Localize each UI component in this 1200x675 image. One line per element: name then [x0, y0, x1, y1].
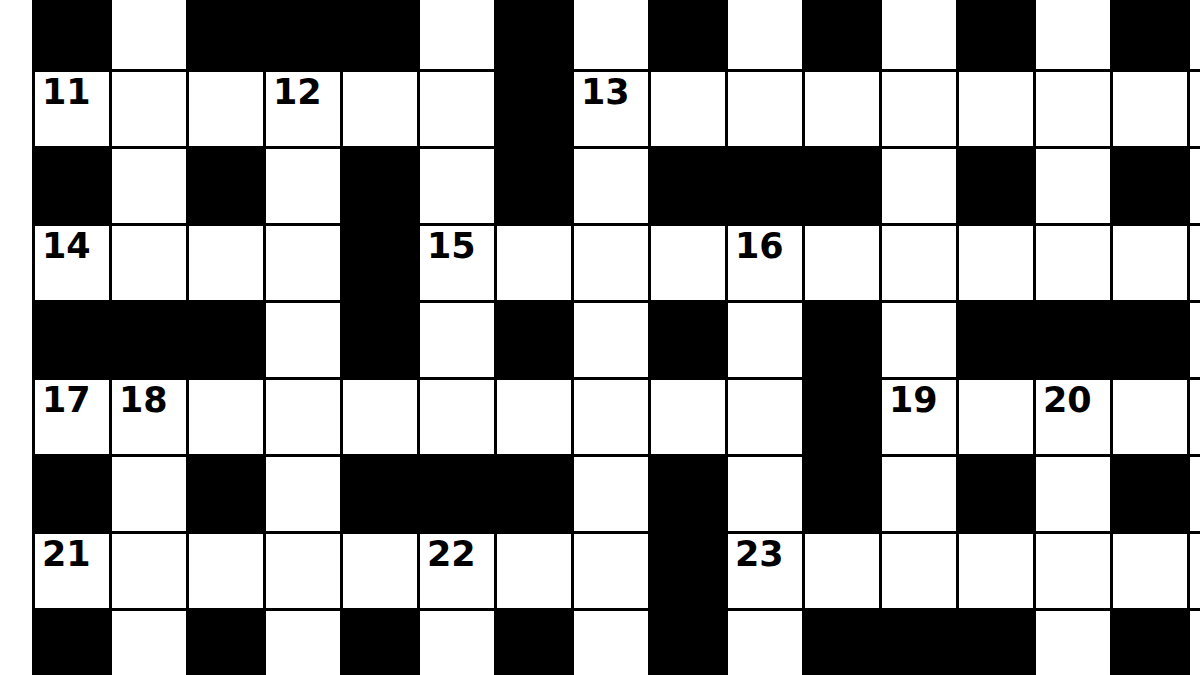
cell-r1c5 — [343, 0, 417, 69]
cell-r3c11 — [805, 149, 879, 223]
cell-r3c6[interactable] — [420, 149, 494, 223]
cell-r1c10[interactable] — [728, 0, 802, 69]
cell-r6c2[interactable]: 18 — [112, 380, 186, 454]
clue-number-18: 18 — [119, 383, 168, 418]
cell-r7c7 — [497, 457, 571, 531]
cell-r9c6[interactable] — [420, 611, 494, 675]
cell-r4c13[interactable] — [959, 226, 1033, 300]
cell-r1c7 — [497, 0, 571, 69]
cell-r7c8[interactable] — [574, 457, 648, 531]
cell-r7c1 — [35, 457, 109, 531]
cell-r8c12[interactable] — [882, 534, 956, 608]
clue-number-15: 15 — [427, 229, 476, 264]
clue-number-17: 17 — [42, 383, 91, 418]
cell-r5c9 — [651, 303, 725, 377]
cell-r3c3 — [189, 149, 263, 223]
cell-r3c1 — [35, 149, 109, 223]
cell-r3c14[interactable] — [1036, 149, 1110, 223]
cell-r9c8[interactable] — [574, 611, 648, 675]
cell-r7c12[interactable] — [882, 457, 956, 531]
cell-r3c16[interactable] — [1190, 149, 1200, 223]
cell-r7c9 — [651, 457, 725, 531]
cell-r7c4[interactable] — [266, 457, 340, 531]
crossword-grid: 11121314151617181920212223 — [32, 0, 1200, 675]
cell-r4c8[interactable] — [574, 226, 648, 300]
cell-r8c14[interactable] — [1036, 534, 1110, 608]
cell-r6c14[interactable]: 20 — [1036, 380, 1110, 454]
cell-r7c5 — [343, 457, 417, 531]
cell-r8c15[interactable] — [1113, 534, 1187, 608]
cell-r5c10[interactable] — [728, 303, 802, 377]
cell-r8c1[interactable]: 21 — [35, 534, 109, 608]
cell-r8c8[interactable] — [574, 534, 648, 608]
cell-r4c15[interactable] — [1113, 226, 1187, 300]
cell-r5c12[interactable] — [882, 303, 956, 377]
cell-r2c12[interactable] — [882, 72, 956, 146]
cell-r6c10[interactable] — [728, 380, 802, 454]
cell-r5c15 — [1113, 303, 1187, 377]
cell-r4c10[interactable]: 16 — [728, 226, 802, 300]
cell-r9c13 — [959, 611, 1033, 675]
cell-r5c5 — [343, 303, 417, 377]
cell-r7c2[interactable] — [112, 457, 186, 531]
cell-r9c9 — [651, 611, 725, 675]
cell-r6c9[interactable] — [651, 380, 725, 454]
cell-r6c16[interactable] — [1190, 380, 1200, 454]
clue-number-21: 21 — [42, 537, 91, 572]
cell-r3c13 — [959, 149, 1033, 223]
cell-r2c10[interactable] — [728, 72, 802, 146]
cell-r2c5[interactable] — [343, 72, 417, 146]
cell-r6c5[interactable] — [343, 380, 417, 454]
cell-r4c12[interactable] — [882, 226, 956, 300]
cell-r4c3[interactable] — [189, 226, 263, 300]
cell-r2c6[interactable] — [420, 72, 494, 146]
cell-r5c16[interactable] — [1190, 303, 1200, 377]
clue-number-20: 20 — [1043, 383, 1092, 418]
cell-r6c4[interactable] — [266, 380, 340, 454]
cell-r4c5 — [343, 226, 417, 300]
cell-r7c10[interactable] — [728, 457, 802, 531]
cell-r4c16[interactable] — [1190, 226, 1200, 300]
cell-r8c7[interactable] — [497, 534, 571, 608]
cell-r1c16[interactable] — [1190, 0, 1200, 69]
cell-r7c11 — [805, 457, 879, 531]
cell-r8c5[interactable] — [343, 534, 417, 608]
clue-number-14: 14 — [42, 229, 91, 264]
cell-r9c16[interactable] — [1190, 611, 1200, 675]
cell-r5c13 — [959, 303, 1033, 377]
cell-r8c13[interactable] — [959, 534, 1033, 608]
cell-r7c15 — [1113, 457, 1187, 531]
cell-r1c8[interactable] — [574, 0, 648, 69]
cell-r6c1[interactable]: 17 — [35, 380, 109, 454]
cell-r6c12[interactable]: 19 — [882, 380, 956, 454]
cell-r1c11 — [805, 0, 879, 69]
clue-number-12: 12 — [273, 75, 322, 110]
cell-r3c5 — [343, 149, 417, 223]
cell-r3c15 — [1113, 149, 1187, 223]
cell-r7c14[interactable] — [1036, 457, 1110, 531]
cell-r4c14[interactable] — [1036, 226, 1110, 300]
cell-r1c6[interactable] — [420, 0, 494, 69]
cell-r5c1 — [35, 303, 109, 377]
cell-r2c9[interactable] — [651, 72, 725, 146]
cell-r1c12[interactable] — [882, 0, 956, 69]
cell-r2c11[interactable] — [805, 72, 879, 146]
cell-r5c14 — [1036, 303, 1110, 377]
cell-r2c1[interactable]: 11 — [35, 72, 109, 146]
cell-r4c9[interactable] — [651, 226, 725, 300]
cell-r8c9 — [651, 534, 725, 608]
cell-r9c2[interactable] — [112, 611, 186, 675]
cell-r8c4[interactable] — [266, 534, 340, 608]
cell-r2c16[interactable] — [1190, 72, 1200, 146]
cell-r9c7 — [497, 611, 571, 675]
cell-r5c2 — [112, 303, 186, 377]
cell-r4c6[interactable]: 15 — [420, 226, 494, 300]
cell-r5c7 — [497, 303, 571, 377]
cell-r5c8[interactable] — [574, 303, 648, 377]
cell-r7c16[interactable] — [1190, 457, 1200, 531]
cell-r5c4[interactable] — [266, 303, 340, 377]
cell-r1c1 — [35, 0, 109, 69]
cell-r8c3[interactable] — [189, 534, 263, 608]
cell-r3c9 — [651, 149, 725, 223]
cell-r3c7 — [497, 149, 571, 223]
cell-r3c12[interactable] — [882, 149, 956, 223]
cell-r8c10[interactable]: 23 — [728, 534, 802, 608]
cell-r6c8[interactable] — [574, 380, 648, 454]
cell-r4c2[interactable] — [112, 226, 186, 300]
cell-r5c6[interactable] — [420, 303, 494, 377]
cell-r2c8[interactable]: 13 — [574, 72, 648, 146]
cell-r9c5 — [343, 611, 417, 675]
cell-r8c2[interactable] — [112, 534, 186, 608]
clue-number-13: 13 — [581, 75, 630, 110]
cell-r1c2[interactable] — [112, 0, 186, 69]
clue-number-16: 16 — [735, 229, 784, 264]
cell-r7c13 — [959, 457, 1033, 531]
cell-r6c6[interactable] — [420, 380, 494, 454]
cell-r5c11 — [805, 303, 879, 377]
cell-r9c15 — [1113, 611, 1187, 675]
cell-r8c11[interactable] — [805, 534, 879, 608]
cell-r2c2[interactable] — [112, 72, 186, 146]
cell-r2c13[interactable] — [959, 72, 1033, 146]
cell-r4c7[interactable] — [497, 226, 571, 300]
cell-r1c4 — [266, 0, 340, 69]
cell-r3c10 — [728, 149, 802, 223]
cell-r9c14[interactable] — [1036, 611, 1110, 675]
cell-r6c13[interactable] — [959, 380, 1033, 454]
cell-r7c3 — [189, 457, 263, 531]
cell-r4c1[interactable]: 14 — [35, 226, 109, 300]
cell-r2c3[interactable] — [189, 72, 263, 146]
cell-r4c4[interactable] — [266, 226, 340, 300]
cell-r7c6 — [420, 457, 494, 531]
cell-r2c15[interactable] — [1113, 72, 1187, 146]
cell-r6c11 — [805, 380, 879, 454]
cell-r2c7 — [497, 72, 571, 146]
cell-r9c4[interactable] — [266, 611, 340, 675]
cell-r1c3 — [189, 0, 263, 69]
clue-number-11: 11 — [42, 75, 91, 110]
clue-number-23: 23 — [735, 537, 784, 572]
cell-r2c14[interactable] — [1036, 72, 1110, 146]
clue-number-19: 19 — [889, 383, 938, 418]
cell-r1c14[interactable] — [1036, 0, 1110, 69]
cell-r8c16[interactable] — [1190, 534, 1200, 608]
cell-r6c3[interactable] — [189, 380, 263, 454]
cell-r6c7[interactable] — [497, 380, 571, 454]
cell-r3c4[interactable] — [266, 149, 340, 223]
cell-r9c3 — [189, 611, 263, 675]
cell-r2c4[interactable]: 12 — [266, 72, 340, 146]
cell-r1c9 — [651, 0, 725, 69]
cell-r9c1 — [35, 611, 109, 675]
cell-r3c8[interactable] — [574, 149, 648, 223]
cell-r6c15[interactable] — [1113, 380, 1187, 454]
clue-number-22: 22 — [427, 537, 476, 572]
cell-r4c11[interactable] — [805, 226, 879, 300]
cell-r9c10[interactable] — [728, 611, 802, 675]
cell-r5c3 — [189, 303, 263, 377]
cell-r9c12 — [882, 611, 956, 675]
cell-r3c2[interactable] — [112, 149, 186, 223]
cell-r9c11 — [805, 611, 879, 675]
cell-r1c13 — [959, 0, 1033, 69]
cell-r1c15 — [1113, 0, 1187, 69]
cell-r8c6[interactable]: 22 — [420, 534, 494, 608]
